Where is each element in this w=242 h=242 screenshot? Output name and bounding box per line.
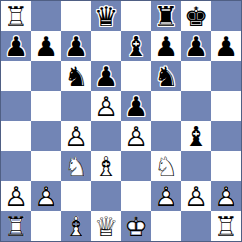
square-b8[interactable] [31, 1, 61, 31]
square-c1[interactable]: ♝♗ [61, 211, 91, 241]
piece-white-rook: ♖ [211, 211, 241, 241]
square-g7[interactable]: ♟ [181, 31, 211, 61]
square-g8[interactable]: ♚ [181, 1, 211, 31]
square-b5[interactable] [31, 91, 61, 121]
square-d1[interactable]: ♛♕ [91, 211, 121, 241]
piece-black-king: ♚ [181, 1, 211, 31]
square-d5[interactable]: ♟♙ [91, 91, 121, 121]
piece-black-pawn: ♟ [151, 31, 181, 61]
square-d6[interactable]: ♟ [91, 61, 121, 91]
square-f2[interactable]: ♟♙ [151, 181, 181, 211]
piece-black-pawn: ♟ [91, 61, 121, 91]
square-f4[interactable] [151, 121, 181, 151]
piece-white-knight-fill: ♞ [61, 151, 91, 181]
piece-white-knight: ♘ [61, 151, 91, 181]
piece-black-bishop: ♝ [181, 121, 211, 151]
square-h1[interactable]: ♜♖ [211, 211, 241, 241]
square-a3[interactable] [1, 151, 31, 181]
square-d3[interactable]: ♝♗ [91, 151, 121, 181]
piece-white-pawn-fill: ♟ [211, 181, 241, 211]
square-c4[interactable]: ♟♙ [61, 121, 91, 151]
piece-black-pawn: ♟ [121, 91, 151, 121]
square-e4[interactable]: ♟♙ [121, 121, 151, 151]
square-h6[interactable] [211, 61, 241, 91]
square-f7[interactable]: ♟ [151, 31, 181, 61]
piece-black-pawn: ♟ [211, 31, 241, 61]
piece-black-queen: ♛ [91, 1, 121, 31]
square-g6[interactable] [181, 61, 211, 91]
square-b4[interactable] [31, 121, 61, 151]
square-f6[interactable]: ♞ [151, 61, 181, 91]
square-b3[interactable] [31, 151, 61, 181]
piece-white-queen-fill: ♛ [91, 211, 121, 241]
piece-black-pawn: ♟ [1, 31, 31, 61]
piece-black-knight: ♞ [151, 61, 181, 91]
piece-white-pawn: ♙ [61, 121, 91, 151]
square-c7[interactable]: ♟ [61, 31, 91, 61]
square-d2[interactable] [91, 181, 121, 211]
piece-white-bishop-fill: ♝ [91, 151, 121, 181]
piece-black-bishop: ♝ [121, 31, 151, 61]
square-e2[interactable] [121, 181, 151, 211]
piece-white-bishop: ♗ [91, 151, 121, 181]
square-g5[interactable] [181, 91, 211, 121]
square-g3[interactable] [181, 151, 211, 181]
piece-white-pawn-fill: ♟ [151, 181, 181, 211]
piece-white-pawn: ♙ [31, 181, 61, 211]
piece-black-pawn: ♟ [181, 31, 211, 61]
square-e7[interactable]: ♝ [121, 31, 151, 61]
square-f3[interactable]: ♞♘ [151, 151, 181, 181]
piece-white-pawn-fill: ♟ [91, 91, 121, 121]
piece-white-pawn-fill: ♟ [181, 181, 211, 211]
square-c6[interactable]: ♞ [61, 61, 91, 91]
square-e5[interactable]: ♟ [121, 91, 151, 121]
square-e6[interactable] [121, 61, 151, 91]
piece-white-queen: ♕ [91, 211, 121, 241]
square-g4[interactable]: ♝ [181, 121, 211, 151]
square-g1[interactable] [181, 211, 211, 241]
piece-black-rook: ♜ [151, 1, 181, 31]
piece-white-pawn: ♙ [91, 91, 121, 121]
square-b1[interactable] [31, 211, 61, 241]
square-c3[interactable]: ♞♘ [61, 151, 91, 181]
square-g2[interactable]: ♟♙ [181, 181, 211, 211]
piece-white-pawn-fill: ♟ [31, 181, 61, 211]
square-d7[interactable] [91, 31, 121, 61]
piece-white-knight: ♘ [151, 151, 181, 181]
square-d4[interactable] [91, 121, 121, 151]
square-b7[interactable]: ♟ [31, 31, 61, 61]
square-c2[interactable] [61, 181, 91, 211]
piece-white-bishop-fill: ♝ [61, 211, 91, 241]
square-b6[interactable] [31, 61, 61, 91]
square-h8[interactable] [211, 1, 241, 31]
square-h5[interactable] [211, 91, 241, 121]
piece-white-pawn: ♙ [1, 181, 31, 211]
piece-white-king: ♔ [121, 211, 151, 241]
piece-white-pawn-fill: ♟ [121, 121, 151, 151]
piece-white-rook: ♖ [1, 1, 31, 31]
piece-white-rook-fill: ♜ [1, 211, 31, 241]
square-d8[interactable]: ♛ [91, 1, 121, 31]
square-h2[interactable]: ♟♙ [211, 181, 241, 211]
piece-black-pawn: ♟ [31, 31, 61, 61]
square-a8[interactable]: ♜♖ [1, 1, 31, 31]
square-a6[interactable] [1, 61, 31, 91]
square-f5[interactable] [151, 91, 181, 121]
chess-board: ♜♖♛♜♚♟♟♟♝♟♟♟♞♟♞♟♙♟♟♙♟♙♝♞♘♝♗♞♘♟♙♟♙♟♙♟♙♟♙♜… [0, 0, 242, 242]
piece-white-pawn: ♙ [181, 181, 211, 211]
piece-white-pawn: ♙ [151, 181, 181, 211]
piece-white-pawn-fill: ♟ [1, 181, 31, 211]
square-a1[interactable]: ♜♖ [1, 211, 31, 241]
square-e3[interactable] [121, 151, 151, 181]
square-e1[interactable]: ♚♔ [121, 211, 151, 241]
piece-black-knight: ♞ [61, 61, 91, 91]
square-c5[interactable] [61, 91, 91, 121]
square-e8[interactable] [121, 1, 151, 31]
square-f8[interactable]: ♜ [151, 1, 181, 31]
piece-black-pawn: ♟ [61, 31, 91, 61]
square-h4[interactable] [211, 121, 241, 151]
square-h7[interactable]: ♟ [211, 31, 241, 61]
square-b2[interactable]: ♟♙ [31, 181, 61, 211]
square-h3[interactable] [211, 151, 241, 181]
piece-white-king-fill: ♚ [121, 211, 151, 241]
square-c8[interactable] [61, 1, 91, 31]
piece-white-pawn-fill: ♟ [61, 121, 91, 151]
square-a7[interactable]: ♟ [1, 31, 31, 61]
piece-white-bishop: ♗ [61, 211, 91, 241]
piece-white-rook: ♖ [1, 211, 31, 241]
piece-white-pawn: ♙ [211, 181, 241, 211]
piece-white-knight-fill: ♞ [151, 151, 181, 181]
piece-white-pawn: ♙ [121, 121, 151, 151]
square-a5[interactable] [1, 91, 31, 121]
piece-white-rook-fill: ♜ [211, 211, 241, 241]
piece-white-rook-fill: ♜ [1, 1, 31, 31]
square-a2[interactable]: ♟♙ [1, 181, 31, 211]
square-a4[interactable] [1, 121, 31, 151]
square-f1[interactable] [151, 211, 181, 241]
